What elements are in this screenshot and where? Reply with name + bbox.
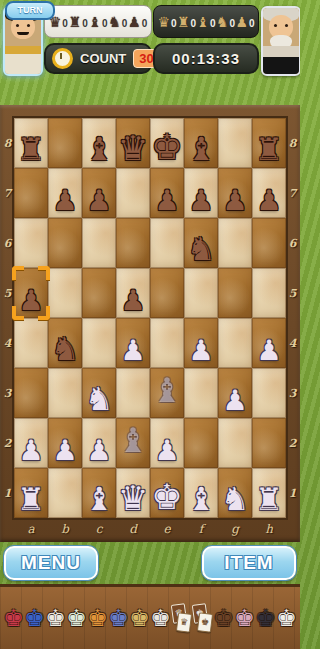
white-knight-c3[interactable]: ♞ bbox=[82, 368, 116, 418]
timer-panel: 00:13:33 bbox=[153, 43, 259, 74]
king-icon: ♚ bbox=[213, 607, 234, 630]
square-g5[interactable] bbox=[218, 268, 252, 318]
captured-count: 0 bbox=[230, 18, 236, 29]
gold-king-theme[interactable]: ♚ bbox=[130, 594, 149, 642]
white-knight-g1[interactable]: ♞ bbox=[218, 468, 252, 518]
menu-button[interactable]: MENU bbox=[4, 546, 98, 580]
right-avatar-robe bbox=[263, 46, 299, 74]
queen-icon: ♛ bbox=[157, 15, 170, 29]
white-pawn-a2[interactable]: ♟ bbox=[14, 418, 48, 468]
left-avatar-eye bbox=[27, 24, 30, 27]
captured-count: 0 bbox=[190, 18, 196, 29]
right-avatar-eye bbox=[274, 24, 277, 27]
file-label-b: b bbox=[48, 522, 82, 536]
pink-king-theme[interactable]: ♚ bbox=[235, 594, 254, 642]
square-e4[interactable] bbox=[150, 318, 184, 368]
king-cards-theme[interactable]: ♚♚ bbox=[193, 594, 212, 642]
captured-count: 0 bbox=[122, 18, 128, 29]
knight-icon: ♞ bbox=[108, 15, 121, 29]
square-e5[interactable] bbox=[150, 268, 184, 318]
black-rook-a8[interactable]: ♜ bbox=[14, 118, 48, 168]
square-d2[interactable] bbox=[116, 418, 150, 468]
rank-label-left-1: 1 bbox=[1, 487, 14, 500]
square-e6[interactable] bbox=[150, 218, 184, 268]
turn-badge: TURN bbox=[5, 1, 55, 20]
white-pawn-h4[interactable]: ♟ bbox=[252, 318, 286, 368]
black-bishop-c8[interactable]: ♝ bbox=[82, 118, 116, 168]
black-king-theme[interactable]: ♚ bbox=[256, 594, 275, 642]
square-d3[interactable] bbox=[116, 368, 150, 418]
white-king-theme[interactable]: ♚ bbox=[277, 594, 296, 642]
square-a7[interactable] bbox=[14, 168, 48, 218]
left-avatar-eye bbox=[16, 24, 19, 27]
black-pawn-f7[interactable]: ♟ bbox=[184, 168, 218, 218]
black-rook-h8[interactable]: ♜ bbox=[252, 118, 286, 168]
pawn-icon: ♟ bbox=[128, 15, 141, 29]
rank-label-left-4: 4 bbox=[1, 337, 14, 350]
square-g4[interactable] bbox=[218, 318, 252, 368]
square-h5[interactable] bbox=[252, 268, 286, 318]
file-label-c: c bbox=[82, 522, 116, 536]
file-label-g: g bbox=[218, 522, 252, 536]
bishop-icon: ♝ bbox=[88, 15, 101, 29]
captured-white-queen: ♛0 bbox=[157, 15, 176, 29]
black-king-e8[interactable]: ♚ bbox=[150, 118, 184, 168]
white-pawn-d4[interactable]: ♟ bbox=[116, 318, 150, 368]
file-label-f: f bbox=[184, 522, 218, 536]
white-pawn-b2[interactable]: ♟ bbox=[48, 418, 82, 468]
captured-count: 0 bbox=[82, 18, 88, 29]
black-pawn-a5[interactable]: ♟ bbox=[14, 268, 48, 318]
rank-label-right-5: 5 bbox=[286, 287, 299, 300]
captured-white-rook: ♜0 bbox=[177, 15, 196, 29]
wood-king-theme[interactable]: ♚ bbox=[214, 594, 233, 642]
square-g8[interactable] bbox=[218, 118, 252, 168]
rank-label-right-7: 7 bbox=[286, 187, 299, 200]
square-d6[interactable] bbox=[116, 218, 150, 268]
white-bishop-f1[interactable]: ♝ bbox=[184, 468, 218, 518]
black-knight-f6[interactable]: ♞ bbox=[184, 218, 218, 268]
white-pawn-c2[interactable]: ♟ bbox=[82, 418, 116, 468]
king-icon: ♚ bbox=[129, 607, 150, 630]
rank-label-right-8: 8 bbox=[286, 137, 299, 150]
rook-icon: ♜ bbox=[177, 15, 190, 29]
square-f2[interactable] bbox=[184, 418, 218, 468]
white-queen-d1[interactable]: ♛ bbox=[116, 468, 150, 518]
square-a3[interactable] bbox=[14, 368, 48, 418]
knight-icon: ♞ bbox=[216, 15, 229, 29]
chess-board-frame: ♝♝♜♝♛♚♝♜♟♟♟♟♟♟♞♟♟♞♟♟♟♞♟♟♟♟♟♜♝♛♚♝♞♜ 88776… bbox=[0, 105, 300, 542]
king-icon: ♚ bbox=[87, 607, 108, 630]
left-avatar-robe bbox=[5, 46, 41, 74]
blue-king-theme[interactable]: ♚ bbox=[25, 594, 44, 642]
white-rook-a1[interactable]: ♜ bbox=[14, 468, 48, 518]
left-avatar-mustache bbox=[17, 32, 29, 35]
square-c4[interactable] bbox=[82, 318, 116, 368]
white-bishop-c1[interactable]: ♝ bbox=[82, 468, 116, 518]
square-f3[interactable] bbox=[184, 368, 218, 418]
rook-icon: ♜ bbox=[69, 15, 82, 29]
captured-black-rook: ♜0 bbox=[69, 15, 88, 29]
square-d7[interactable] bbox=[116, 168, 150, 218]
captured-black-bishop: ♝0 bbox=[88, 15, 107, 29]
white-captured-panel: ♛0♜0♝0♞0♟0 bbox=[153, 5, 259, 38]
square-b1[interactable] bbox=[48, 468, 82, 518]
white-pawn-g3[interactable]: ♟ bbox=[218, 368, 252, 418]
square-b6[interactable] bbox=[48, 218, 82, 268]
captured-count: 0 bbox=[142, 18, 148, 29]
king-icon: ♚ bbox=[276, 607, 297, 630]
card-light: ♛ bbox=[176, 612, 192, 633]
square-h2[interactable] bbox=[252, 418, 286, 468]
silver-king-theme[interactable]: ♚ bbox=[151, 594, 170, 642]
captured-white-knight: ♞0 bbox=[216, 15, 235, 29]
square-a6[interactable] bbox=[14, 218, 48, 268]
black-bishop-f8[interactable]: ♝ bbox=[184, 118, 218, 168]
captured-count: 0 bbox=[171, 18, 177, 29]
square-b5[interactable] bbox=[48, 268, 82, 318]
square-a4[interactable] bbox=[14, 318, 48, 368]
move-count-panel: COUNT 30 bbox=[44, 43, 152, 74]
king-icon: ♚ bbox=[24, 607, 45, 630]
item-button[interactable]: ITEM bbox=[202, 546, 296, 580]
captured-count: 0 bbox=[102, 18, 108, 29]
captured-count: 0 bbox=[249, 18, 255, 29]
square-f5[interactable] bbox=[184, 268, 218, 318]
white-rook-h1[interactable]: ♜ bbox=[252, 468, 286, 518]
white-king-e1[interactable]: ♚ bbox=[150, 468, 184, 518]
rank-label-left-6: 6 bbox=[1, 237, 14, 250]
rank-label-right-6: 6 bbox=[286, 237, 299, 250]
king-icon: ♚ bbox=[45, 607, 66, 630]
black-captured-panel: ♛0♜0♝0♞0♟0 bbox=[44, 5, 152, 38]
queen-cards-theme[interactable]: ♛♛ bbox=[172, 594, 191, 642]
pawn-icon: ♟ bbox=[235, 15, 248, 29]
rank-label-left-8: 8 bbox=[1, 137, 14, 150]
doll-orange-theme[interactable]: ♚ bbox=[88, 594, 107, 642]
square-b8[interactable] bbox=[48, 118, 82, 168]
white-pawn-e2[interactable]: ♟ bbox=[150, 418, 184, 468]
king-icon: ♚ bbox=[234, 607, 255, 630]
captured-black-knight: ♞0 bbox=[108, 15, 127, 29]
captured-count: 0 bbox=[62, 18, 68, 29]
square-c6[interactable] bbox=[82, 218, 116, 268]
rank-label-left-5: 5 bbox=[1, 287, 14, 300]
file-label-e: e bbox=[150, 522, 184, 536]
black-pawn-h7[interactable]: ♟ bbox=[252, 168, 286, 218]
black-pawn-b7[interactable]: ♟ bbox=[48, 168, 82, 218]
captured-white-bishop: ♝0 bbox=[196, 15, 215, 29]
captured-count: 0 bbox=[210, 18, 216, 29]
white-pawn-f4[interactable]: ♟ bbox=[184, 318, 218, 368]
square-e3[interactable] bbox=[150, 368, 184, 418]
black-pawn-d5[interactable]: ♟ bbox=[116, 268, 150, 318]
black-pawn-c7[interactable]: ♟ bbox=[82, 168, 116, 218]
piece-theme-tray: ♚♚♚♚♚♚♚♚♛♛♚♚♚♚♚♚ bbox=[0, 584, 300, 649]
king-cards-icon: ♚♚ bbox=[193, 603, 212, 633]
rank-label-right-2: 2 bbox=[286, 437, 299, 450]
rank-label-right-4: 4 bbox=[286, 337, 299, 350]
black-pawn-g7[interactable]: ♟ bbox=[218, 168, 252, 218]
card-light: ♚ bbox=[197, 612, 213, 633]
rank-label-left-2: 2 bbox=[1, 437, 14, 450]
file-label-h: h bbox=[252, 522, 286, 536]
square-h3[interactable] bbox=[252, 368, 286, 418]
file-label-a: a bbox=[14, 522, 48, 536]
rank-label-left-7: 7 bbox=[1, 187, 14, 200]
rank-label-right-3: 3 bbox=[286, 387, 299, 400]
right-player-avatar bbox=[261, 6, 300, 76]
rank-label-left-3: 3 bbox=[1, 387, 14, 400]
red-king-theme[interactable]: ♚ bbox=[4, 594, 23, 642]
black-queen-d8[interactable]: ♛ bbox=[116, 118, 150, 168]
square-g2[interactable] bbox=[218, 418, 252, 468]
king-icon: ♚ bbox=[255, 607, 276, 630]
doll-blue-theme[interactable]: ♚ bbox=[109, 594, 128, 642]
square-c5[interactable] bbox=[82, 268, 116, 318]
black-knight-b4[interactable]: ♞ bbox=[48, 318, 82, 368]
count-label: COUNT bbox=[80, 51, 126, 66]
black-pawn-e7[interactable]: ♟ bbox=[150, 168, 184, 218]
captured-black-pawn: ♟0 bbox=[128, 15, 147, 29]
captured-white-pawn: ♟0 bbox=[235, 15, 254, 29]
rabbit-red-theme[interactable]: ♚ bbox=[46, 594, 65, 642]
king-icon: ♚ bbox=[66, 607, 87, 630]
king-icon: ♚ bbox=[150, 607, 171, 630]
rank-label-right-1: 1 bbox=[286, 487, 299, 500]
square-g6[interactable] bbox=[218, 218, 252, 268]
square-b3[interactable] bbox=[48, 368, 82, 418]
file-label-d: d bbox=[116, 522, 150, 536]
rabbit-green-theme[interactable]: ♚ bbox=[67, 594, 86, 642]
timer-value: 00:13:33 bbox=[172, 50, 240, 67]
right-avatar-eye bbox=[285, 24, 288, 27]
queen-cards-icon: ♛♛ bbox=[172, 603, 191, 633]
clock-icon bbox=[52, 48, 73, 69]
square-h6[interactable] bbox=[252, 218, 286, 268]
king-icon: ♚ bbox=[108, 607, 129, 630]
bishop-icon: ♝ bbox=[196, 15, 209, 29]
king-icon: ♚ bbox=[3, 607, 24, 630]
